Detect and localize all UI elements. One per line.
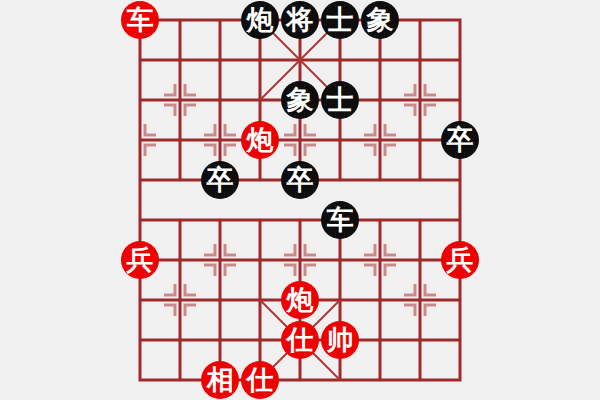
- piece-red-advisor[interactable]: 仕: [281, 321, 319, 359]
- piece-black-soldier[interactable]: 卒: [441, 121, 479, 159]
- piece-black-cannon[interactable]: 炮: [241, 1, 279, 39]
- board-intersection: 将: [280, 0, 320, 40]
- board-intersection: 卒: [200, 160, 240, 200]
- piece-black-advisor[interactable]: 士: [321, 81, 359, 119]
- board-intersection: 车: [120, 0, 160, 40]
- piece-black-chariot[interactable]: 车: [321, 201, 359, 239]
- board-intersection: 象: [360, 0, 400, 40]
- piece-red-elephant[interactable]: 相: [201, 361, 239, 399]
- xiangqi-app: 车炮将士象象士炮卒卒卒车兵兵炮仕帅相仕: [0, 0, 600, 400]
- board-intersection: 卒: [440, 120, 480, 160]
- piece-red-cannon[interactable]: 炮: [241, 121, 279, 159]
- piece-black-advisor[interactable]: 士: [321, 1, 359, 39]
- board-intersection: 仕: [240, 360, 280, 400]
- board-intersection: 卒: [280, 160, 320, 200]
- board-intersection: 炮: [280, 280, 320, 320]
- piece-red-soldier[interactable]: 兵: [441, 241, 479, 279]
- board-intersection: 兵: [440, 240, 480, 280]
- piece-red-cannon[interactable]: 炮: [281, 281, 319, 319]
- pieces-layer: 车炮将士象象士炮卒卒卒车兵兵炮仕帅相仕: [120, 0, 480, 400]
- piece-black-general[interactable]: 将: [281, 1, 319, 39]
- piece-black-elephant[interactable]: 象: [361, 1, 399, 39]
- piece-red-advisor[interactable]: 仕: [241, 361, 279, 399]
- piece-black-soldier[interactable]: 卒: [201, 161, 239, 199]
- piece-black-soldier[interactable]: 卒: [281, 161, 319, 199]
- piece-black-elephant[interactable]: 象: [281, 81, 319, 119]
- board-intersection: 兵: [120, 240, 160, 280]
- board-intersection: 炮: [240, 120, 280, 160]
- piece-red-general[interactable]: 帅: [321, 321, 359, 359]
- board-intersection: 帅: [320, 320, 360, 360]
- board-intersection: 相: [200, 360, 240, 400]
- board-intersection: 士: [320, 0, 360, 40]
- piece-red-soldier[interactable]: 兵: [121, 241, 159, 279]
- board-intersection: 炮: [240, 0, 280, 40]
- piece-red-chariot[interactable]: 车: [121, 1, 159, 39]
- board-intersection: 象: [280, 80, 320, 120]
- board-intersection: 仕: [280, 320, 320, 360]
- board-intersection: 士: [320, 80, 360, 120]
- board-intersection: 车: [320, 200, 360, 240]
